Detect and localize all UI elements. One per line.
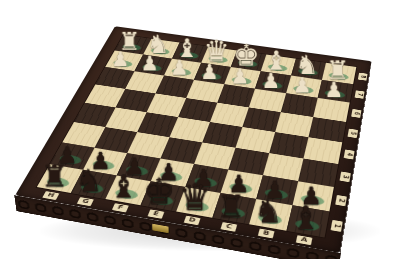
white-pawn: ♟: [255, 70, 287, 91]
white-pawn: ♟: [286, 75, 318, 96]
rank-label-3: 3: [339, 171, 350, 182]
file-label-f: F: [112, 203, 129, 212]
square-a5: [308, 117, 346, 142]
square-d5: [210, 102, 249, 126]
rank-label-6: 6: [351, 108, 361, 117]
square-d6: [217, 84, 255, 107]
white-pawn: ♟: [134, 53, 165, 73]
black-rook: ♜: [37, 161, 73, 191]
board-3d: ♜♞♝♛♚♝♞♜♟♟♟♟♟♟♟♟♟♟♟♟♟♟♟♟♜♞♝♚♛♜♞♝ HGFEDCB…: [15, 26, 371, 252]
chess-board: ♜♞♝♛♚♝♞♜♟♟♟♟♟♟♟♟♟♟♟♟♟♟♟♟♜♞♝♚♛♜♞♝ HGFEDCB…: [15, 26, 371, 252]
board-squares: ♜♞♝♛♚♝♞♜♟♟♟♟♟♟♟♟♟♟♟♟♟♟♟♟♜♞♝♚♛♜♞♝: [37, 34, 356, 236]
black-knight: ♞: [249, 196, 287, 228]
white-pawn: ♟: [105, 49, 136, 69]
white-pawn: ♟: [194, 62, 225, 83]
file-label-h: H: [42, 191, 59, 200]
file-label-c: C: [220, 222, 237, 232]
rank-label-1: 1: [330, 219, 342, 231]
white-pawn: ♟: [224, 66, 255, 87]
square-a7: ♟: [318, 79, 353, 102]
file-label-b: B: [258, 228, 275, 238]
file-label-d: D: [184, 215, 201, 225]
product-photo-canvas: ♜♞♝♛♚♝♞♜♟♟♟♟♟♟♟♟♟♟♟♟♟♟♟♟♜♞♝♚♛♜♞♝ HGFEDCB…: [0, 0, 420, 259]
file-label-g: G: [77, 197, 94, 206]
white-pawn: ♟: [318, 79, 350, 100]
black-queen: ♛: [176, 179, 213, 215]
square-a4: [303, 137, 342, 164]
black-knight: ♞: [71, 165, 107, 196]
black-bishop: ♝: [287, 202, 325, 234]
rank-label-2: 2: [335, 194, 347, 205]
square-e4: [169, 117, 210, 142]
brass-clasp-icon: [152, 223, 169, 233]
square-g5: [116, 88, 156, 111]
rank-label-7: 7: [354, 90, 364, 98]
square-c5: [242, 107, 280, 132]
rank-label-5: 5: [347, 128, 358, 137]
rank-label-4: 4: [343, 149, 354, 159]
black-rook: ♜: [212, 191, 250, 222]
white-pawn: ♟: [164, 57, 195, 78]
square-b7: ♟: [286, 75, 322, 97]
square-a1: ♝: [287, 205, 330, 237]
black-king: ♚: [141, 173, 178, 209]
square-c6: [249, 88, 286, 111]
black-bishop: ♝: [105, 171, 142, 202]
file-label-a: A: [296, 235, 313, 245]
file-label-e: E: [147, 209, 164, 218]
rank-label-8: 8: [357, 72, 367, 80]
